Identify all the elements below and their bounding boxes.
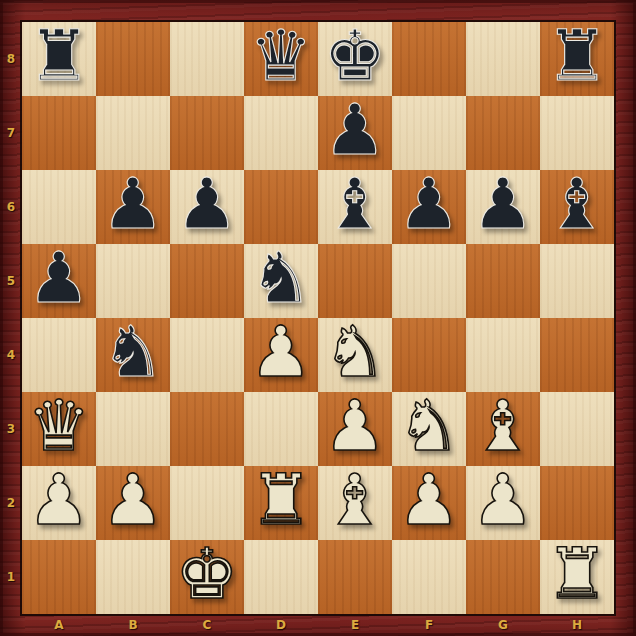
square-h3[interactable] [540,392,614,466]
square-a1[interactable] [22,540,96,614]
file-label-H: H [566,614,588,636]
square-c6[interactable]: ♟ [170,170,244,244]
square-a6[interactable] [22,170,96,244]
square-d1[interactable] [244,540,318,614]
square-b3[interactable] [96,392,170,466]
square-g7[interactable] [466,96,540,170]
file-label-E: E [344,614,366,636]
piece-black-knight[interactable]: ♞ [102,317,165,387]
piece-black-pawn[interactable]: ♟ [176,169,239,239]
square-f7[interactable] [392,96,466,170]
square-h7[interactable] [540,96,614,170]
square-e8[interactable]: ♚ [318,22,392,96]
square-f6[interactable]: ♟ [392,170,466,244]
square-d5[interactable]: ♞ [244,244,318,318]
piece-black-king[interactable]: ♚ [324,21,387,91]
square-a8[interactable]: ♜ [22,22,96,96]
square-f4[interactable] [392,318,466,392]
piece-black-bishop[interactable]: ♝ [324,169,387,239]
piece-black-pawn[interactable]: ♟ [28,243,91,313]
piece-white-pawn[interactable]: ♟ [250,317,313,387]
rank-label-7: 7 [0,122,22,144]
square-h2[interactable] [540,466,614,540]
square-g3[interactable]: ♝ [466,392,540,466]
rank-label-1: 1 [0,566,22,588]
square-d2[interactable]: ♜ [244,466,318,540]
piece-white-bishop[interactable]: ♝ [472,391,535,461]
square-h4[interactable] [540,318,614,392]
piece-black-queen[interactable]: ♛ [250,21,313,91]
square-d6[interactable] [244,170,318,244]
rank-label-2: 2 [0,492,22,514]
square-e2[interactable]: ♝ [318,466,392,540]
square-e1[interactable] [318,540,392,614]
square-f8[interactable] [392,22,466,96]
piece-black-bishop[interactable]: ♝ [546,169,609,239]
square-a2[interactable]: ♟ [22,466,96,540]
piece-white-pawn[interactable]: ♟ [324,391,387,461]
square-g8[interactable] [466,22,540,96]
piece-black-rook[interactable]: ♜ [546,21,609,91]
piece-white-knight[interactable]: ♞ [324,317,387,387]
square-c1[interactable]: ♚ [170,540,244,614]
square-b4[interactable]: ♞ [96,318,170,392]
square-h5[interactable] [540,244,614,318]
piece-white-knight[interactable]: ♞ [398,391,461,461]
square-b6[interactable]: ♟ [96,170,170,244]
file-label-G: G [492,614,514,636]
rank-label-5: 5 [0,270,22,292]
piece-black-pawn[interactable]: ♟ [324,95,387,165]
rank-label-6: 6 [0,196,22,218]
square-d7[interactable] [244,96,318,170]
square-c4[interactable] [170,318,244,392]
square-g2[interactable]: ♟ [466,466,540,540]
piece-white-pawn[interactable]: ♟ [398,465,461,535]
square-f3[interactable]: ♞ [392,392,466,466]
square-c3[interactable] [170,392,244,466]
square-f1[interactable] [392,540,466,614]
square-b7[interactable] [96,96,170,170]
square-g5[interactable] [466,244,540,318]
square-e7[interactable]: ♟ [318,96,392,170]
rank-label-3: 3 [0,418,22,440]
file-label-F: F [418,614,440,636]
square-h6[interactable]: ♝ [540,170,614,244]
square-c8[interactable] [170,22,244,96]
square-g1[interactable] [466,540,540,614]
piece-white-pawn[interactable]: ♟ [472,465,535,535]
square-b5[interactable] [96,244,170,318]
square-f2[interactable]: ♟ [392,466,466,540]
piece-black-pawn[interactable]: ♟ [472,169,535,239]
piece-white-rook[interactable]: ♜ [250,465,313,535]
square-a7[interactable] [22,96,96,170]
square-g4[interactable] [466,318,540,392]
piece-black-pawn[interactable]: ♟ [102,169,165,239]
square-c7[interactable] [170,96,244,170]
piece-white-king[interactable]: ♚ [176,539,239,609]
square-e4[interactable]: ♞ [318,318,392,392]
square-h8[interactable]: ♜ [540,22,614,96]
square-d8[interactable]: ♛ [244,22,318,96]
file-label-C: C [196,614,218,636]
piece-white-bishop[interactable]: ♝ [324,465,387,535]
piece-black-rook[interactable]: ♜ [28,21,91,91]
piece-white-pawn[interactable]: ♟ [102,465,165,535]
square-a4[interactable] [22,318,96,392]
file-label-A: A [48,614,70,636]
square-a5[interactable]: ♟ [22,244,96,318]
piece-black-knight[interactable]: ♞ [250,243,313,313]
square-g6[interactable]: ♟ [466,170,540,244]
piece-white-rook[interactable]: ♜ [546,539,609,609]
rank-label-4: 4 [0,344,22,366]
chess-board: ♜♛♚♜♟♟♟♝♟♟♝♟♞♞♟♞♛♟♞♝♟♟♜♝♟♟♚♜ [22,22,614,614]
square-f5[interactable] [392,244,466,318]
square-e6[interactable]: ♝ [318,170,392,244]
chess-board-frame: 87654321 ABCDEFGH ♜♛♚♜♟♟♟♝♟♟♝♟♞♞♟♞♛♟♞♝♟♟… [0,0,636,636]
square-d3[interactable] [244,392,318,466]
file-label-D: D [270,614,292,636]
square-e5[interactable] [318,244,392,318]
piece-white-queen[interactable]: ♛ [28,391,91,461]
square-h1[interactable]: ♜ [540,540,614,614]
square-b1[interactable] [96,540,170,614]
piece-white-pawn[interactable]: ♟ [28,465,91,535]
square-b8[interactable] [96,22,170,96]
rank-label-8: 8 [0,48,22,70]
square-c2[interactable] [170,466,244,540]
file-label-B: B [122,614,144,636]
piece-black-pawn[interactable]: ♟ [398,169,461,239]
square-b2[interactable]: ♟ [96,466,170,540]
square-a3[interactable]: ♛ [22,392,96,466]
square-e3[interactable]: ♟ [318,392,392,466]
square-c5[interactable] [170,244,244,318]
square-d4[interactable]: ♟ [244,318,318,392]
